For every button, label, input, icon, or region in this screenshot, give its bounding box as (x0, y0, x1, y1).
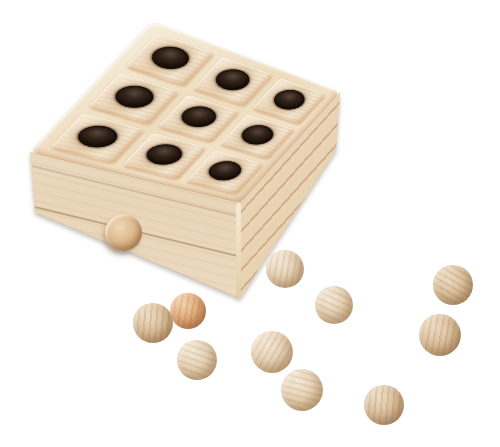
wooden-ball-3[interactable] (266, 250, 304, 288)
hole-r1c2 (236, 122, 279, 148)
hole-r2c2 (203, 158, 248, 183)
hole-r0c1 (210, 65, 256, 94)
hole-r1c0 (108, 82, 160, 112)
hole-r2c0 (70, 122, 123, 151)
product-photo-scene (0, 0, 500, 447)
wooden-ball-4[interactable] (315, 286, 353, 324)
wooden-ball-2[interactable] (133, 303, 173, 343)
wooden-ball-5[interactable] (433, 265, 473, 305)
hole-r0c2 (268, 86, 310, 113)
hole-r2c1 (140, 141, 189, 168)
hole-r0c0 (145, 42, 196, 73)
board-front-corner-edge (236, 203, 241, 298)
wooden-ball-9[interactable] (364, 385, 404, 425)
wooden-ball-1[interactable] (170, 293, 206, 329)
drawer-knob[interactable] (105, 214, 142, 251)
wooden-ball-10[interactable] (419, 314, 461, 356)
wooden-ball-8[interactable] (281, 369, 323, 411)
tictactoe-board (0, 0, 500, 447)
hole-r1c1 (175, 103, 222, 131)
wooden-ball-7[interactable] (251, 331, 293, 373)
wooden-ball-6[interactable] (177, 340, 217, 380)
